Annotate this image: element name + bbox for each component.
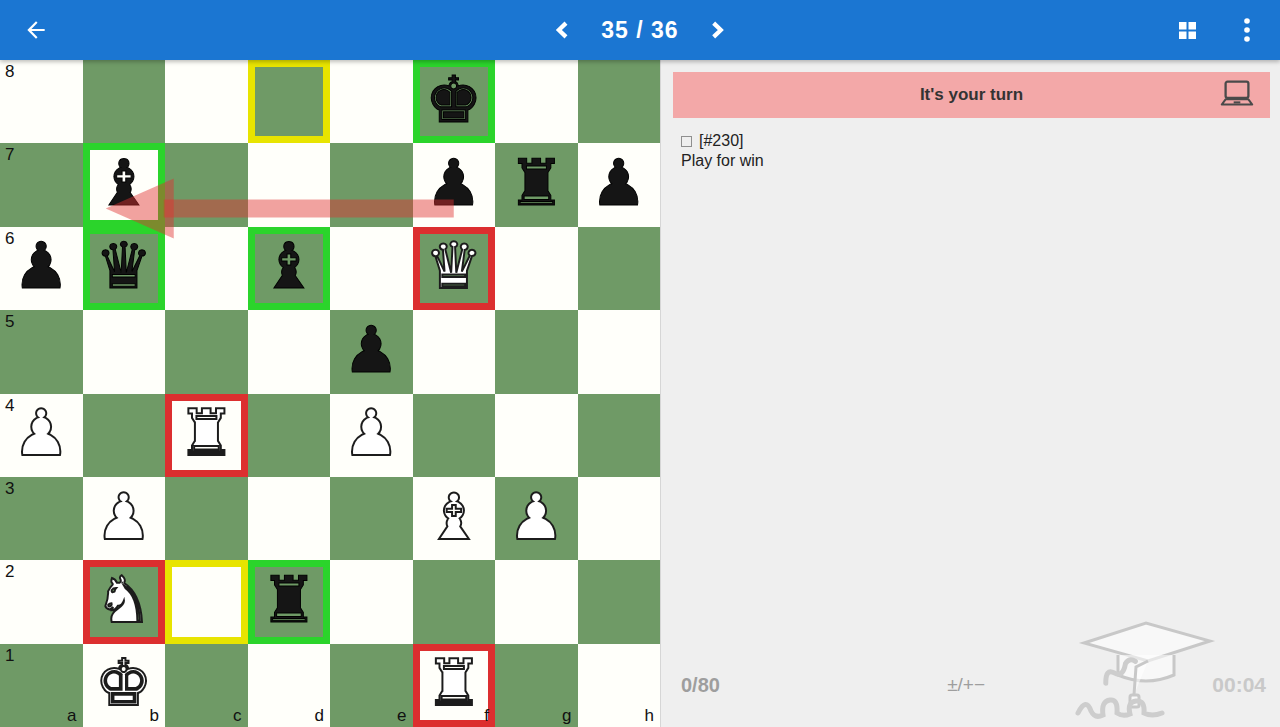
eval-goal: ±/+− [720,674,1212,696]
rank-label-5: 5 [5,312,14,332]
file-label-e: e [397,706,406,726]
square-d2[interactable]: ♜ [248,560,331,643]
clock-value: 00:04 [1212,673,1266,697]
piece-white-bishop[interactable]: ♝ [425,485,482,549]
square-b2[interactable]: ♞ [83,560,166,643]
task-description: Play for win [681,151,1280,171]
square-b6[interactable]: ♛ [83,227,166,310]
next-puzzle-button[interactable] [705,17,731,43]
square-c5[interactable] [165,310,248,393]
piece-black-pawn[interactable]: ♟ [343,318,400,382]
rank-label-1: 1 [5,646,14,666]
back-button[interactable] [18,12,54,48]
square-g1[interactable]: g [495,644,578,727]
square-c2[interactable] [165,560,248,643]
piece-black-bishop[interactable]: ♝ [95,151,152,215]
piece-black-king[interactable]: ♚ [425,68,482,132]
square-c8[interactable] [165,60,248,143]
rank-label-3: 3 [5,479,14,499]
puzzle-navigator: 35 / 36 [549,17,730,44]
piece-white-king[interactable]: ♚ [95,651,152,715]
square-a3[interactable]: 3 [0,477,83,560]
square-d5[interactable] [248,310,331,393]
square-h4[interactable] [578,394,661,477]
square-c4[interactable]: ♜ [165,394,248,477]
piece-white-rook[interactable]: ♜ [425,651,482,715]
square-b5[interactable] [83,310,166,393]
turn-banner: It's your turn [673,72,1270,118]
watermark: ساعد نیوز [1070,609,1280,727]
chevron-right-icon [707,19,729,41]
puzzle-grid-button[interactable] [1172,15,1202,45]
computer-icon [1218,78,1256,112]
square-f3[interactable]: ♝ [413,477,496,560]
piece-black-bishop[interactable]: ♝ [260,234,317,298]
chevron-left-icon [551,19,573,41]
rank-label-2: 2 [5,562,14,582]
file-label-h: h [645,706,654,726]
overflow-menu-button[interactable] [1232,15,1262,45]
square-a7[interactable]: 7 [0,143,83,226]
back-arrow-icon [23,17,49,43]
square-h5[interactable] [578,310,661,393]
square-a5[interactable]: 5 [0,310,83,393]
square-g2[interactable] [495,560,578,643]
square-g8[interactable] [495,60,578,143]
piece-white-pawn[interactable]: ♟ [95,485,152,549]
square-f1[interactable]: f♜ [413,644,496,727]
piece-white-pawn[interactable]: ♟ [13,401,70,465]
square-d6[interactable]: ♝ [248,227,331,310]
file-label-f: f [484,706,489,726]
square-e4[interactable]: ♟ [330,394,413,477]
square-f7[interactable]: ♟ [413,143,496,226]
rank-label-7: 7 [5,145,14,165]
square-a2[interactable]: 2 [0,560,83,643]
square-h3[interactable] [578,477,661,560]
square-b3[interactable]: ♟ [83,477,166,560]
file-label-a: a [67,706,76,726]
piece-black-pawn[interactable]: ♟ [13,234,70,298]
square-f6[interactable]: ♛ [413,227,496,310]
piece-white-queen[interactable]: ♛ [425,234,482,298]
top-app-bar: 35 / 36 [0,0,1280,60]
square-a6[interactable]: 6♟ [0,227,83,310]
square-f4[interactable] [413,394,496,477]
square-e7[interactable] [330,143,413,226]
square-d4[interactable] [248,394,331,477]
piece-black-pawn[interactable]: ♟ [425,151,482,215]
square-h6[interactable] [578,227,661,310]
square-d3[interactable] [248,477,331,560]
file-label-d: d [315,706,324,726]
piece-black-rook[interactable]: ♜ [260,568,317,632]
square-h8[interactable] [578,60,661,143]
square-g5[interactable] [495,310,578,393]
turn-banner-text: It's your turn [920,85,1023,105]
square-f5[interactable] [413,310,496,393]
file-label-g: g [562,706,571,726]
square-b8[interactable] [83,60,166,143]
piece-white-pawn[interactable]: ♟ [508,485,565,549]
square-b7[interactable]: ♝ [83,143,166,226]
prev-puzzle-button[interactable] [549,17,575,43]
square-e5[interactable]: ♟ [330,310,413,393]
square-h7[interactable]: ♟ [578,143,661,226]
task-id: [#230] [699,131,743,151]
puzzle-counter: 35 / 36 [601,17,678,44]
square-g4[interactable] [495,394,578,477]
square-b1[interactable]: b♚ [83,644,166,727]
chess-board: 8♚7♝♟♜♟6♟♛♝♛5♟4♟♜♟3♟♝♟2♞♜1ab♚cdef♜gh [0,60,660,727]
piece-black-pawn[interactable]: ♟ [590,151,647,215]
square-e2[interactable] [330,560,413,643]
square-d8[interactable] [248,60,331,143]
status-row: 0/80 ±/+− 00:04 [661,673,1280,697]
square-g3[interactable]: ♟ [495,477,578,560]
piece-black-rook[interactable]: ♜ [508,151,565,215]
rank-label-8: 8 [5,62,14,82]
side-panel: It's your turn [#230] Play for win 0/80 … [660,60,1280,727]
kebab-menu-icon [1243,17,1251,43]
task-block: [#230] Play for win [681,131,1280,171]
file-label-b: b [150,706,159,726]
square-d7[interactable] [248,143,331,226]
piece-white-knight[interactable]: ♞ [95,568,152,632]
grid-icon [1176,19,1198,41]
square-g6[interactable] [495,227,578,310]
square-c6[interactable] [165,227,248,310]
square-e6[interactable] [330,227,413,310]
square-h2[interactable] [578,560,661,643]
square-c1[interactable]: c [165,644,248,727]
square-c3[interactable] [165,477,248,560]
square-e1[interactable]: e [330,644,413,727]
file-label-c: c [233,706,242,726]
square-a1[interactable]: 1a [0,644,83,727]
square-h1[interactable]: h [578,644,661,727]
square-a8[interactable]: 8 [0,60,83,143]
rank-label-4: 4 [5,396,14,416]
square-a4[interactable]: 4♟ [0,394,83,477]
score-value: 0/80 [681,674,720,697]
square-f8[interactable]: ♚ [413,60,496,143]
square-b4[interactable] [83,394,166,477]
piece-white-pawn[interactable]: ♟ [343,401,400,465]
square-g7[interactable]: ♜ [495,143,578,226]
piece-black-queen[interactable]: ♛ [95,234,152,298]
square-c7[interactable] [165,143,248,226]
piece-white-rook[interactable]: ♜ [178,401,235,465]
square-e3[interactable] [330,477,413,560]
checkbox-icon [681,136,692,147]
square-f2[interactable] [413,560,496,643]
square-d1[interactable]: d [248,644,331,727]
rank-label-6: 6 [5,229,14,249]
square-e8[interactable] [330,60,413,143]
